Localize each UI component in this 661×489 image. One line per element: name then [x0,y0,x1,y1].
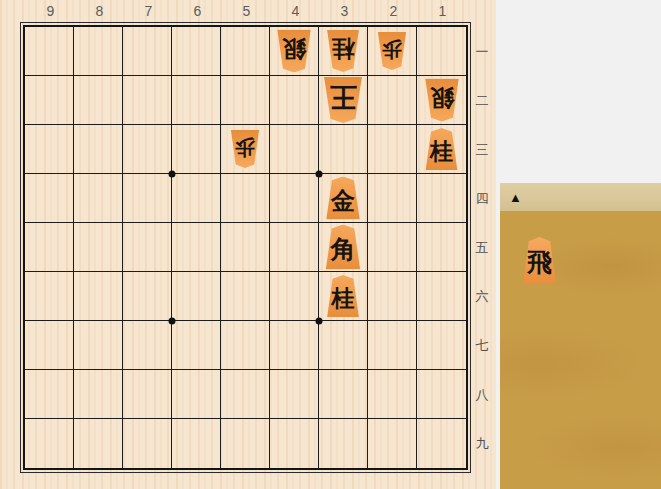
piece-kanji: 銀 [282,33,306,65]
rank-label-6: 六 [468,272,496,321]
piece-kanji: 角 [331,233,356,266]
square-7-8[interactable] [123,370,172,419]
gote-銀-piece-4一[interactable]: 銀 [275,30,313,73]
rank-label-5: 五 [468,223,496,272]
square-5-4[interactable] [221,174,270,223]
square-1-5[interactable] [417,223,466,272]
piece-kanji: 桂 [332,283,355,314]
square-2-9[interactable] [368,419,417,468]
square-7-3[interactable] [123,125,172,174]
square-5-8[interactable] [221,370,270,419]
hoshi-dot [169,171,176,178]
file-label-7: 7 [124,1,173,22]
file-label-4: 4 [271,1,320,22]
square-1-2[interactable]: 銀 [417,76,466,125]
square-3-1[interactable]: 桂 [319,27,368,76]
square-2-2[interactable] [368,76,417,125]
gote-歩-piece-2一[interactable]: 歩 [376,32,408,70]
square-1-4[interactable] [417,174,466,223]
gote-銀-piece-1二[interactable]: 銀 [423,79,461,122]
square-6-8[interactable] [172,370,221,419]
square-4-4[interactable] [270,174,319,223]
square-9-1[interactable] [25,27,74,76]
piece-kanji: 銀 [430,82,454,114]
board-grid: 銀桂歩王銀歩桂金角桂 [25,27,466,468]
hoshi-dot [169,318,176,325]
sente-桂-piece-1三[interactable]: 桂 [424,128,460,170]
square-1-9[interactable] [417,419,466,468]
sente-金-piece-3四[interactable]: 金 [324,177,362,220]
file-label-5: 5 [222,1,271,22]
rank-label-4: 四 [468,174,496,223]
square-4-9[interactable] [270,419,319,468]
square-4-8[interactable] [270,370,319,419]
square-9-4[interactable] [25,174,74,223]
square-3-5[interactable]: 角 [319,223,368,272]
square-5-2[interactable] [221,76,270,125]
square-4-2[interactable] [270,76,319,125]
square-8-6[interactable] [74,272,123,321]
square-9-5[interactable] [25,223,74,272]
square-6-7[interactable] [172,321,221,370]
square-3-6[interactable]: 桂 [319,272,368,321]
file-label-6: 6 [173,1,222,22]
square-4-1[interactable]: 銀 [270,27,319,76]
square-7-1[interactable] [123,27,172,76]
square-3-3[interactable] [319,125,368,174]
file-label-8: 8 [75,1,124,22]
piece-kanji: 飛 [527,246,552,279]
rank-labels: 一二三四五六七八九 [468,27,496,468]
piece-kanji: 金 [331,184,355,216]
square-1-1[interactable] [417,27,466,76]
file-labels: 987654321 [26,1,467,22]
square-9-7[interactable] [25,321,74,370]
square-2-6[interactable] [368,272,417,321]
square-3-9[interactable] [319,419,368,468]
file-label-1: 1 [418,1,467,22]
gote-桂-piece-3一[interactable]: 桂 [325,30,361,72]
rank-label-3: 三 [468,125,496,174]
rank-label-9: 九 [468,419,496,468]
square-6-3[interactable] [172,125,221,174]
piece-kanji: 歩 [382,36,402,63]
square-9-9[interactable] [25,419,74,468]
sente-hand-飛-piece[interactable]: 飛 [521,237,558,283]
square-2-7[interactable] [368,321,417,370]
square-5-9[interactable] [221,419,270,468]
square-9-2[interactable] [25,76,74,125]
square-1-8[interactable] [417,370,466,419]
sente-marker-icon: ▲ [509,191,522,204]
sente-角-piece-3五[interactable]: 角 [324,225,363,270]
hoshi-dot [316,171,323,178]
square-9-6[interactable] [25,272,74,321]
square-8-3[interactable] [74,125,123,174]
square-8-8[interactable] [74,370,123,419]
square-6-1[interactable] [172,27,221,76]
square-4-6[interactable] [270,272,319,321]
square-8-2[interactable] [74,76,123,125]
square-5-6[interactable] [221,272,270,321]
square-3-8[interactable] [319,370,368,419]
shogi-board: 銀桂歩王銀歩桂金角桂 [20,22,471,473]
piece-kanji: 桂 [332,33,355,64]
square-5-7[interactable] [221,321,270,370]
komadai-body: 飛 [500,211,661,489]
square-4-3[interactable] [270,125,319,174]
square-6-4[interactable] [172,174,221,223]
square-8-9[interactable] [74,419,123,468]
sente-桂-piece-3六[interactable]: 桂 [325,275,361,317]
square-4-7[interactable] [270,321,319,370]
square-5-5[interactable] [221,223,270,272]
board-wood-background: 987654321 一二三四五六七八九 銀桂歩王銀歩桂金角桂 [0,0,496,489]
file-label-3: 3 [320,1,369,22]
square-7-9[interactable] [123,419,172,468]
square-2-8[interactable] [368,370,417,419]
piece-kanji: 桂 [430,136,453,167]
square-8-7[interactable] [74,321,123,370]
square-8-1[interactable] [74,27,123,76]
square-5-1[interactable] [221,27,270,76]
piece-kanji: 歩 [235,134,255,161]
rank-label-1: 一 [468,27,496,76]
square-2-4[interactable] [368,174,417,223]
square-6-9[interactable] [172,419,221,468]
square-9-8[interactable] [25,370,74,419]
square-3-2[interactable]: 王 [319,76,368,125]
square-8-4[interactable] [74,174,123,223]
file-label-2: 2 [369,1,418,22]
square-7-5[interactable] [123,223,172,272]
square-3-7[interactable] [319,321,368,370]
square-5-3[interactable]: 歩 [221,125,270,174]
rank-label-8: 八 [468,370,496,419]
rank-label-2: 二 [468,76,496,125]
square-3-4[interactable]: 金 [319,174,368,223]
file-label-9: 9 [26,1,75,22]
piece-kanji: 王 [330,79,357,115]
gote-王-piece-3二[interactable]: 王 [322,77,365,123]
komadai-header: ▲ [500,183,661,211]
square-8-5[interactable] [74,223,123,272]
square-6-2[interactable] [172,76,221,125]
square-1-7[interactable] [417,321,466,370]
square-6-5[interactable] [172,223,221,272]
square-7-4[interactable] [123,174,172,223]
gote-歩-piece-5三[interactable]: 歩 [229,130,261,168]
rank-label-7: 七 [468,321,496,370]
square-6-6[interactable] [172,272,221,321]
square-1-3[interactable]: 桂 [417,125,466,174]
square-7-2[interactable] [123,76,172,125]
square-7-7[interactable] [123,321,172,370]
square-9-3[interactable] [25,125,74,174]
square-4-5[interactable] [270,223,319,272]
square-2-5[interactable] [368,223,417,272]
square-1-6[interactable] [417,272,466,321]
hoshi-dot [316,318,323,325]
square-7-6[interactable] [123,272,172,321]
square-2-3[interactable] [368,125,417,174]
square-2-1[interactable]: 歩 [368,27,417,76]
sente-hand-stand: ▲ 飛 [500,183,661,489]
